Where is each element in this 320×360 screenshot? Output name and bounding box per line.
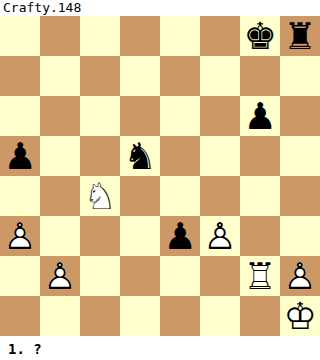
square-c4[interactable]: ♞♘: [80, 176, 120, 216]
piece-white-king: ♚♔: [280, 296, 320, 336]
piece-white-rook: ♜♖: [240, 256, 280, 296]
square-d2[interactable]: [120, 256, 160, 296]
square-d7[interactable]: [120, 56, 160, 96]
square-c1[interactable]: [80, 296, 120, 336]
piece-black-pawn: ♟: [160, 216, 200, 256]
square-f1[interactable]: [200, 296, 240, 336]
square-e8[interactable]: [160, 16, 200, 56]
square-a1[interactable]: [0, 296, 40, 336]
square-d5[interactable]: ♞: [120, 136, 160, 176]
piece-black-pawn: ♟: [0, 136, 40, 176]
square-c6[interactable]: [80, 96, 120, 136]
square-a8[interactable]: [0, 16, 40, 56]
square-c7[interactable]: [80, 56, 120, 96]
square-f2[interactable]: [200, 256, 240, 296]
square-h2[interactable]: ♟♙: [280, 256, 320, 296]
square-e3[interactable]: ♟: [160, 216, 200, 256]
square-h1[interactable]: ♚♔: [280, 296, 320, 336]
square-h7[interactable]: [280, 56, 320, 96]
white-piece-outline: ♙: [0, 216, 40, 256]
piece-black-rook: ♜: [280, 16, 320, 56]
black-piece-glyph: ♜: [280, 16, 320, 56]
square-a4[interactable]: [0, 176, 40, 216]
square-b8[interactable]: [40, 16, 80, 56]
square-e5[interactable]: [160, 136, 200, 176]
square-g8[interactable]: ♚: [240, 16, 280, 56]
square-h5[interactable]: [280, 136, 320, 176]
black-piece-glyph: ♞: [120, 136, 160, 176]
square-g6[interactable]: ♟: [240, 96, 280, 136]
piece-white-pawn: ♟♙: [40, 256, 80, 296]
square-c8[interactable]: [80, 16, 120, 56]
square-a7[interactable]: [0, 56, 40, 96]
square-g1[interactable]: [240, 296, 280, 336]
square-b7[interactable]: [40, 56, 80, 96]
piece-white-pawn: ♟♙: [280, 256, 320, 296]
square-a2[interactable]: [0, 256, 40, 296]
square-e1[interactable]: [160, 296, 200, 336]
black-piece-glyph: ♟: [0, 136, 40, 176]
crafty-window: Crafty.148 ♚♜♟♟♞♞♘♟♙♟♟♙♟♙♜♖♟♙♚♔ 1. ?: [0, 0, 320, 360]
white-piece-outline: ♙: [40, 256, 80, 296]
square-c5[interactable]: [80, 136, 120, 176]
square-b3[interactable]: [40, 216, 80, 256]
piece-black-king: ♚: [240, 16, 280, 56]
square-b4[interactable]: [40, 176, 80, 216]
square-a6[interactable]: [0, 96, 40, 136]
square-g4[interactable]: [240, 176, 280, 216]
square-e7[interactable]: [160, 56, 200, 96]
square-g2[interactable]: ♜♖: [240, 256, 280, 296]
square-f3[interactable]: ♟♙: [200, 216, 240, 256]
square-g3[interactable]: [240, 216, 280, 256]
white-piece-outline: ♙: [200, 216, 240, 256]
square-d4[interactable]: [120, 176, 160, 216]
square-a3[interactable]: ♟♙: [0, 216, 40, 256]
square-a5[interactable]: ♟: [0, 136, 40, 176]
piece-black-knight: ♞: [120, 136, 160, 176]
black-piece-glyph: ♟: [160, 216, 200, 256]
square-c2[interactable]: [80, 256, 120, 296]
square-f4[interactable]: [200, 176, 240, 216]
white-piece-outline: ♔: [280, 296, 320, 336]
white-piece-outline: ♖: [240, 256, 280, 296]
square-d1[interactable]: [120, 296, 160, 336]
square-b2[interactable]: ♟♙: [40, 256, 80, 296]
white-piece-outline: ♙: [280, 256, 320, 296]
square-e2[interactable]: [160, 256, 200, 296]
square-f6[interactable]: [200, 96, 240, 136]
square-e6[interactable]: [160, 96, 200, 136]
square-b5[interactable]: [40, 136, 80, 176]
square-d3[interactable]: [120, 216, 160, 256]
piece-black-pawn: ♟: [240, 96, 280, 136]
square-f8[interactable]: [200, 16, 240, 56]
piece-white-knight: ♞♘: [80, 176, 120, 216]
square-h4[interactable]: [280, 176, 320, 216]
black-piece-glyph: ♚: [240, 16, 280, 56]
square-h6[interactable]: [280, 96, 320, 136]
square-b6[interactable]: [40, 96, 80, 136]
chess-board: ♚♜♟♟♞♞♘♟♙♟♟♙♟♙♜♖♟♙♚♔: [0, 16, 320, 336]
square-c3[interactable]: [80, 216, 120, 256]
piece-white-pawn: ♟♙: [200, 216, 240, 256]
black-piece-glyph: ♟: [240, 96, 280, 136]
square-e4[interactable]: [160, 176, 200, 216]
square-b1[interactable]: [40, 296, 80, 336]
move-prompt: 1. ?: [0, 336, 320, 357]
square-h8[interactable]: ♜: [280, 16, 320, 56]
piece-white-pawn: ♟♙: [0, 216, 40, 256]
square-g7[interactable]: [240, 56, 280, 96]
square-g5[interactable]: [240, 136, 280, 176]
square-d8[interactable]: [120, 16, 160, 56]
square-f5[interactable]: [200, 136, 240, 176]
square-f7[interactable]: [200, 56, 240, 96]
square-h3[interactable]: [280, 216, 320, 256]
white-piece-outline: ♘: [80, 176, 120, 216]
engine-title: Crafty.148: [0, 0, 320, 16]
square-d6[interactable]: [120, 96, 160, 136]
